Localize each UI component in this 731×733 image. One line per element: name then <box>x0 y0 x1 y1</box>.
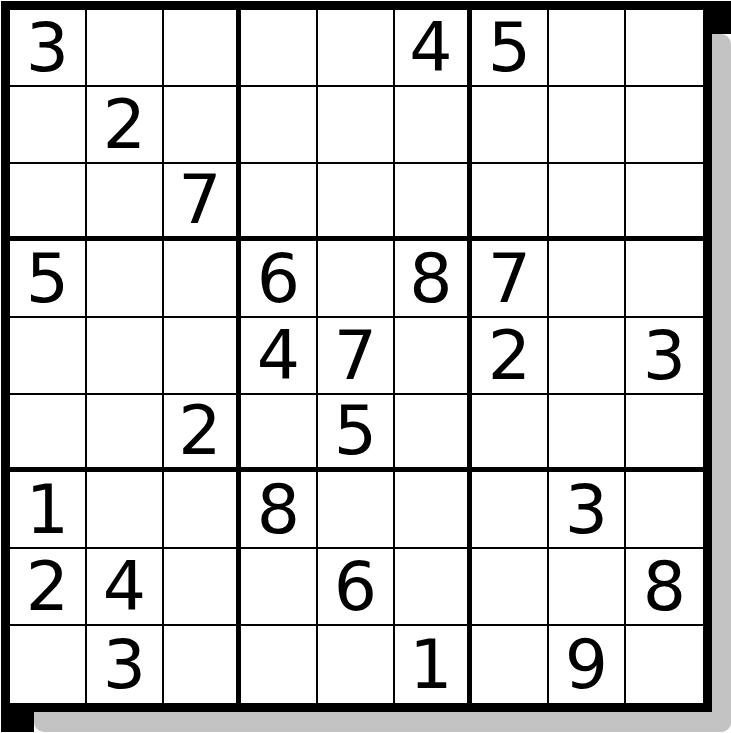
cell-r5c3[interactable] <box>164 318 241 395</box>
cell-r2c7[interactable] <box>472 87 549 164</box>
cell-r9c7[interactable] <box>472 626 549 703</box>
cell-r7c1: 1 <box>10 472 87 549</box>
cell-r2c8[interactable] <box>549 87 626 164</box>
cell-r1c2[interactable] <box>87 10 164 87</box>
cell-r3c4[interactable] <box>241 164 318 241</box>
cell-r1c9[interactable] <box>626 10 703 87</box>
cell-r1c3[interactable] <box>164 10 241 87</box>
cell-r6c7[interactable] <box>472 395 549 472</box>
cell-r2c9[interactable] <box>626 87 703 164</box>
cell-r3c1[interactable] <box>10 164 87 241</box>
cell-r1c7: 5 <box>472 10 549 87</box>
cell-r7c3[interactable] <box>164 472 241 549</box>
cell-r8c8[interactable] <box>549 549 626 626</box>
cell-r5c1[interactable] <box>10 318 87 395</box>
cell-r4c4: 6 <box>241 241 318 318</box>
cell-r7c9[interactable] <box>626 472 703 549</box>
cell-r3c5[interactable] <box>318 164 395 241</box>
cell-r5c2[interactable] <box>87 318 164 395</box>
cell-r4c1: 5 <box>10 241 87 318</box>
cell-r3c3: 7 <box>164 164 241 241</box>
cell-r5c5: 7 <box>318 318 395 395</box>
cell-r2c5[interactable] <box>318 87 395 164</box>
cell-r4c8[interactable] <box>549 241 626 318</box>
cell-r1c4[interactable] <box>241 10 318 87</box>
cell-r4c2[interactable] <box>87 241 164 318</box>
cell-r9c6: 1 <box>395 626 472 703</box>
cell-r3c9[interactable] <box>626 164 703 241</box>
cell-r5c4: 4 <box>241 318 318 395</box>
sudoku-board: 3452756874723251832468319 <box>1 1 712 712</box>
cell-r1c8[interactable] <box>549 10 626 87</box>
cell-r6c3: 2 <box>164 395 241 472</box>
cell-r8c1: 2 <box>10 549 87 626</box>
cell-r1c1: 3 <box>10 10 87 87</box>
cell-r6c1[interactable] <box>10 395 87 472</box>
cell-r8c7[interactable] <box>472 549 549 626</box>
cell-r1c6: 4 <box>395 10 472 87</box>
cell-r7c4: 8 <box>241 472 318 549</box>
cell-r3c7[interactable] <box>472 164 549 241</box>
cell-r4c9[interactable] <box>626 241 703 318</box>
cell-r8c3[interactable] <box>164 549 241 626</box>
cell-r6c5: 5 <box>318 395 395 472</box>
cell-r9c3[interactable] <box>164 626 241 703</box>
cell-r4c7: 7 <box>472 241 549 318</box>
sudoku-puzzle-image: 3452756874723251832468319 <box>0 0 731 733</box>
cell-r5c7: 2 <box>472 318 549 395</box>
cell-r3c6[interactable] <box>395 164 472 241</box>
cell-r2c2: 2 <box>87 87 164 164</box>
cell-r7c8: 3 <box>549 472 626 549</box>
cell-r6c9[interactable] <box>626 395 703 472</box>
cell-r5c6[interactable] <box>395 318 472 395</box>
cell-r8c9: 8 <box>626 549 703 626</box>
cell-r5c9: 3 <box>626 318 703 395</box>
cell-r5c8[interactable] <box>549 318 626 395</box>
cell-r3c8[interactable] <box>549 164 626 241</box>
cell-r2c1[interactable] <box>10 87 87 164</box>
cell-r8c2: 4 <box>87 549 164 626</box>
cell-r8c5: 6 <box>318 549 395 626</box>
cell-r3c2[interactable] <box>87 164 164 241</box>
cell-r2c3[interactable] <box>164 87 241 164</box>
cell-r6c4[interactable] <box>241 395 318 472</box>
cell-r2c4[interactable] <box>241 87 318 164</box>
cell-r8c4[interactable] <box>241 549 318 626</box>
cell-r9c9[interactable] <box>626 626 703 703</box>
cell-r9c8: 9 <box>549 626 626 703</box>
cell-r4c5[interactable] <box>318 241 395 318</box>
cell-r7c6[interactable] <box>395 472 472 549</box>
cell-r9c2: 3 <box>87 626 164 703</box>
cell-r1c5[interactable] <box>318 10 395 87</box>
cell-r4c6: 8 <box>395 241 472 318</box>
cell-r8c6[interactable] <box>395 549 472 626</box>
cell-r6c8[interactable] <box>549 395 626 472</box>
cell-r7c5[interactable] <box>318 472 395 549</box>
cell-r4c3[interactable] <box>164 241 241 318</box>
cell-r9c5[interactable] <box>318 626 395 703</box>
cell-r7c7[interactable] <box>472 472 549 549</box>
cell-r2c6[interactable] <box>395 87 472 164</box>
cell-r9c1[interactable] <box>10 626 87 703</box>
cell-r9c4[interactable] <box>241 626 318 703</box>
cell-r6c6[interactable] <box>395 395 472 472</box>
cell-r6c2[interactable] <box>87 395 164 472</box>
cell-r7c2[interactable] <box>87 472 164 549</box>
